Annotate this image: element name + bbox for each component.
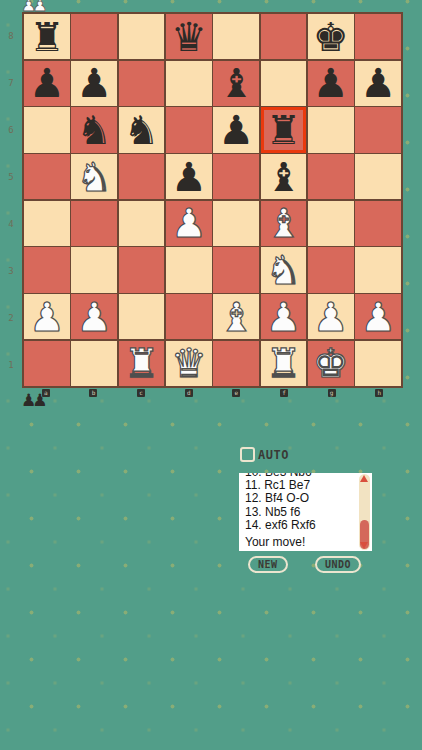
white-pawn-piece[interactable]: ♟: [266, 295, 302, 339]
chess-app-screen: ♟♟ 87654321 ♜♛♚♟♟♝♟♟♞♞♟♜♞♟♝♟♝♞♟♟♝♟♟♟♜♛♜♚…: [0, 0, 422, 750]
board-square-b1[interactable]: [71, 341, 117, 386]
new-button[interactable]: NEW: [248, 556, 288, 573]
rank-labels: 87654321: [3, 12, 19, 388]
board-square-h8[interactable]: [355, 14, 401, 59]
board-square-a7[interactable]: ♟: [24, 61, 70, 106]
board-square-b7[interactable]: ♟: [71, 61, 117, 106]
board-square-d3[interactable]: [166, 247, 212, 292]
white-pawn-piece[interactable]: ♟: [171, 201, 207, 245]
captured-black-pieces-tray: ♟♟: [21, 392, 44, 410]
file-label-chip: b: [89, 389, 97, 397]
file-label-f: f: [260, 389, 308, 397]
auto-row: AUTO: [240, 447, 289, 462]
board-square-d7[interactable]: [166, 61, 212, 106]
rank-label-1: 1: [3, 341, 19, 388]
captured-black-pawn: ♟: [21, 390, 32, 410]
white-bishop-piece[interactable]: ♝: [266, 201, 302, 245]
file-label-b: b: [70, 389, 118, 397]
white-pawn-piece[interactable]: ♟: [76, 295, 112, 339]
board-square-c3[interactable]: [119, 247, 165, 292]
board-square-h7[interactable]: ♟: [355, 61, 401, 106]
board-square-e7[interactable]: ♝: [213, 61, 259, 106]
board-square-c4[interactable]: [119, 201, 165, 246]
file-labels: abcdefgh: [22, 389, 403, 397]
board-square-f5[interactable]: ♝: [261, 154, 307, 199]
move-list-panel: 10. Be3 Nb611. Rc1 Be712. Bf4 O-O13. Nb5…: [239, 473, 372, 551]
rank-label-4: 4: [3, 200, 19, 247]
board-square-b3[interactable]: [71, 247, 117, 292]
board-square-h2[interactable]: ♟: [355, 294, 401, 339]
white-knight-piece[interactable]: ♞: [76, 155, 112, 199]
captured-black-pawn: ♟: [32, 390, 43, 410]
file-label-chip: e: [232, 389, 240, 397]
board-square-f8[interactable]: [261, 14, 307, 59]
board-square-f3[interactable]: ♞: [261, 247, 307, 292]
white-pawn-piece[interactable]: ♟: [360, 295, 396, 339]
rank-label-3: 3: [3, 247, 19, 294]
board-square-d8[interactable]: ♛: [166, 14, 212, 59]
board-square-c5[interactable]: [119, 154, 165, 199]
undo-button[interactable]: UNDO: [315, 556, 361, 573]
board-square-d6[interactable]: [166, 107, 212, 152]
board-square-b4[interactable]: [71, 201, 117, 246]
black-rook-piece[interactable]: ♜: [266, 108, 302, 152]
file-label-g: g: [308, 389, 356, 397]
board-square-e3[interactable]: [213, 247, 259, 292]
board-square-e5[interactable]: [213, 154, 259, 199]
file-label-e: e: [213, 389, 261, 397]
white-queen-piece[interactable]: ♛: [171, 341, 207, 385]
board-square-f6[interactable]: ♜: [261, 107, 307, 152]
white-pawn-piece[interactable]: ♟: [313, 295, 349, 339]
move-line: 12. Bf4 O-O: [245, 492, 356, 505]
board-square-c7[interactable]: [119, 61, 165, 106]
board: ♜♛♚♟♟♝♟♟♞♞♟♜♞♟♝♟♝♞♟♟♝♟♟♟♜♛♜♚: [22, 12, 403, 388]
board-square-f2[interactable]: ♟: [261, 294, 307, 339]
board-square-h3[interactable]: [355, 247, 401, 292]
board-square-a5[interactable]: [24, 154, 70, 199]
board-square-g3[interactable]: [308, 247, 354, 292]
black-pawn-piece[interactable]: ♟: [29, 61, 65, 105]
black-pawn-piece[interactable]: ♟: [360, 61, 396, 105]
black-king-piece[interactable]: ♚: [313, 15, 349, 59]
file-label-h: h: [355, 389, 403, 397]
black-knight-piece[interactable]: ♞: [76, 108, 112, 152]
board-square-g2[interactable]: ♟: [308, 294, 354, 339]
board-square-b6[interactable]: ♞: [71, 107, 117, 152]
board-square-b8[interactable]: [71, 14, 117, 59]
board-square-c8[interactable]: [119, 14, 165, 59]
board-square-h1[interactable]: [355, 341, 401, 386]
auto-label: AUTO: [258, 448, 289, 462]
file-label-chip: c: [137, 389, 145, 397]
board-square-f1[interactable]: ♜: [261, 341, 307, 386]
board-square-e6[interactable]: ♟: [213, 107, 259, 152]
white-king-piece[interactable]: ♚: [313, 341, 349, 385]
status-text: Your move!: [245, 535, 305, 549]
file-label-chip: h: [375, 389, 383, 397]
rank-label-8: 8: [3, 12, 19, 59]
board-square-a6[interactable]: [24, 107, 70, 152]
black-bishop-piece[interactable]: ♝: [218, 61, 254, 105]
file-label-chip: g: [328, 389, 336, 397]
board-square-g1[interactable]: ♚: [308, 341, 354, 386]
move-line: 14. exf6 Rxf6: [245, 519, 356, 532]
board-square-d5[interactable]: ♟: [166, 154, 212, 199]
file-label-d: d: [165, 389, 213, 397]
board-square-f7[interactable]: [261, 61, 307, 106]
board-square-a8[interactable]: ♜: [24, 14, 70, 59]
board-square-a2[interactable]: ♟: [24, 294, 70, 339]
board-square-g6[interactable]: [308, 107, 354, 152]
board-square-h5[interactable]: [355, 154, 401, 199]
board-square-e8[interactable]: [213, 14, 259, 59]
board-square-h6[interactable]: [355, 107, 401, 152]
move-list: 10. Be3 Nb611. Rc1 Be712. Bf4 O-O13. Nb5…: [245, 473, 356, 532]
board-square-c2[interactable]: [119, 294, 165, 339]
file-label-c: c: [117, 389, 165, 397]
board-square-h4[interactable]: [355, 201, 401, 246]
board-square-c1[interactable]: ♜: [119, 341, 165, 386]
board-square-c6[interactable]: ♞: [119, 107, 165, 152]
black-pawn-piece[interactable]: ♟: [218, 108, 254, 152]
board-square-g7[interactable]: ♟: [308, 61, 354, 106]
scroll-down-icon[interactable]: [360, 542, 368, 549]
white-knight-piece[interactable]: ♞: [266, 248, 302, 292]
white-rook-piece[interactable]: ♜: [124, 341, 160, 385]
scroll-up-icon[interactable]: [360, 475, 368, 482]
black-rook-piece[interactable]: ♜: [29, 15, 65, 59]
black-pawn-piece[interactable]: ♟: [76, 61, 112, 105]
board-square-g5[interactable]: [308, 154, 354, 199]
board-square-d2[interactable]: [166, 294, 212, 339]
black-pawn-piece[interactable]: ♟: [313, 61, 349, 105]
rank-label-2: 2: [3, 294, 19, 341]
file-label-chip: f: [280, 389, 288, 397]
rank-label-5: 5: [3, 153, 19, 200]
board-square-b5[interactable]: ♞: [71, 154, 117, 199]
move-line: 13. Nb5 f6: [245, 506, 356, 519]
board-square-d1[interactable]: ♛: [166, 341, 212, 386]
black-queen-piece[interactable]: ♛: [171, 15, 207, 59]
file-label-chip: d: [185, 389, 193, 397]
board-square-b2[interactable]: ♟: [71, 294, 117, 339]
scrollbar[interactable]: [359, 474, 370, 550]
board-square-a1[interactable]: [24, 341, 70, 386]
black-knight-piece[interactable]: ♞: [124, 108, 160, 152]
rank-label-7: 7: [3, 59, 19, 106]
rank-label-6: 6: [3, 106, 19, 153]
board-square-a4[interactable]: [24, 201, 70, 246]
board-square-e4[interactable]: [213, 201, 259, 246]
black-pawn-piece[interactable]: ♟: [171, 155, 207, 199]
board-square-d4[interactable]: ♟: [166, 201, 212, 246]
white-pawn-piece[interactable]: ♟: [29, 295, 65, 339]
black-bishop-piece[interactable]: ♝: [266, 155, 302, 199]
auto-checkbox[interactable]: [240, 447, 255, 462]
board-square-g8[interactable]: ♚: [308, 14, 354, 59]
board-square-e2[interactable]: ♝: [213, 294, 259, 339]
white-rook-piece[interactable]: ♜: [266, 341, 302, 385]
board-square-a3[interactable]: [24, 247, 70, 292]
board-square-g4[interactable]: [308, 201, 354, 246]
white-bishop-piece[interactable]: ♝: [218, 295, 254, 339]
board-square-f4[interactable]: ♝: [261, 201, 307, 246]
board-square-e1[interactable]: [213, 341, 259, 386]
